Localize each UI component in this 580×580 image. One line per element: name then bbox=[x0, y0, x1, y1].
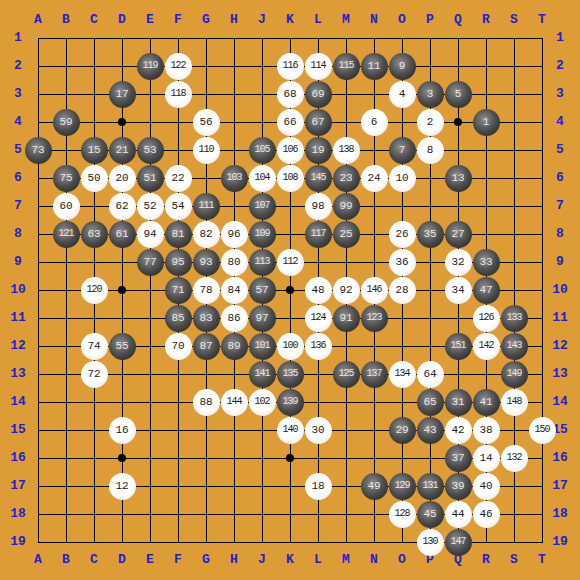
point-N10[interactable]: 146 bbox=[360, 276, 388, 304]
point-K10[interactable] bbox=[276, 276, 304, 304]
point-R3[interactable] bbox=[472, 80, 500, 108]
point-Q19[interactable]: 147 bbox=[444, 528, 472, 556]
point-M13[interactable]: 125 bbox=[332, 360, 360, 388]
point-A1[interactable] bbox=[24, 24, 52, 52]
point-M3[interactable] bbox=[332, 80, 360, 108]
point-B1[interactable] bbox=[52, 24, 80, 52]
point-E12[interactable] bbox=[136, 332, 164, 360]
point-K15[interactable]: 140 bbox=[276, 416, 304, 444]
point-A4[interactable] bbox=[24, 108, 52, 136]
point-A16[interactable] bbox=[24, 444, 52, 472]
point-G1[interactable] bbox=[192, 24, 220, 52]
point-L12[interactable]: 136 bbox=[304, 332, 332, 360]
point-J18[interactable] bbox=[248, 500, 276, 528]
point-C3[interactable] bbox=[80, 80, 108, 108]
point-H8[interactable]: 96 bbox=[220, 220, 248, 248]
point-Q10[interactable]: 34 bbox=[444, 276, 472, 304]
point-C5[interactable]: 15 bbox=[80, 136, 108, 164]
point-G9[interactable]: 93 bbox=[192, 248, 220, 276]
point-Q12[interactable]: 151 bbox=[444, 332, 472, 360]
point-B3[interactable] bbox=[52, 80, 80, 108]
point-Q5[interactable] bbox=[444, 136, 472, 164]
point-N11[interactable]: 123 bbox=[360, 304, 388, 332]
point-R4[interactable]: 1 bbox=[472, 108, 500, 136]
point-M11[interactable]: 91 bbox=[332, 304, 360, 332]
point-B10[interactable] bbox=[52, 276, 80, 304]
point-K3[interactable]: 68 bbox=[276, 80, 304, 108]
point-Q3[interactable]: 5 bbox=[444, 80, 472, 108]
point-S7[interactable] bbox=[500, 192, 528, 220]
point-H19[interactable] bbox=[220, 528, 248, 556]
point-J3[interactable] bbox=[248, 80, 276, 108]
point-S9[interactable] bbox=[500, 248, 528, 276]
point-Q6[interactable]: 13 bbox=[444, 164, 472, 192]
point-F1[interactable] bbox=[164, 24, 192, 52]
point-E1[interactable] bbox=[136, 24, 164, 52]
point-T14[interactable] bbox=[528, 388, 556, 416]
point-L8[interactable]: 117 bbox=[304, 220, 332, 248]
point-M16[interactable] bbox=[332, 444, 360, 472]
point-E13[interactable] bbox=[136, 360, 164, 388]
point-H2[interactable] bbox=[220, 52, 248, 80]
point-L15[interactable]: 30 bbox=[304, 416, 332, 444]
point-P9[interactable] bbox=[416, 248, 444, 276]
point-T11[interactable] bbox=[528, 304, 556, 332]
point-B16[interactable] bbox=[52, 444, 80, 472]
point-O13[interactable]: 134 bbox=[388, 360, 416, 388]
point-O6[interactable]: 10 bbox=[388, 164, 416, 192]
point-K17[interactable] bbox=[276, 472, 304, 500]
point-F14[interactable] bbox=[164, 388, 192, 416]
point-O3[interactable]: 4 bbox=[388, 80, 416, 108]
point-N13[interactable]: 137 bbox=[360, 360, 388, 388]
point-G6[interactable] bbox=[192, 164, 220, 192]
point-K9[interactable]: 112 bbox=[276, 248, 304, 276]
point-F19[interactable] bbox=[164, 528, 192, 556]
point-N4[interactable]: 6 bbox=[360, 108, 388, 136]
point-N7[interactable] bbox=[360, 192, 388, 220]
point-P8[interactable]: 35 bbox=[416, 220, 444, 248]
point-A12[interactable] bbox=[24, 332, 52, 360]
point-M4[interactable] bbox=[332, 108, 360, 136]
point-F13[interactable] bbox=[164, 360, 192, 388]
point-F12[interactable]: 70 bbox=[164, 332, 192, 360]
point-S4[interactable] bbox=[500, 108, 528, 136]
point-B6[interactable]: 75 bbox=[52, 164, 80, 192]
point-D13[interactable] bbox=[108, 360, 136, 388]
point-H17[interactable] bbox=[220, 472, 248, 500]
point-E18[interactable] bbox=[136, 500, 164, 528]
point-T3[interactable] bbox=[528, 80, 556, 108]
point-L6[interactable]: 145 bbox=[304, 164, 332, 192]
point-A14[interactable] bbox=[24, 388, 52, 416]
point-D7[interactable]: 62 bbox=[108, 192, 136, 220]
point-O12[interactable] bbox=[388, 332, 416, 360]
point-Q16[interactable]: 37 bbox=[444, 444, 472, 472]
point-D1[interactable] bbox=[108, 24, 136, 52]
point-A17[interactable] bbox=[24, 472, 52, 500]
point-D3[interactable]: 17 bbox=[108, 80, 136, 108]
point-S12[interactable]: 143 bbox=[500, 332, 528, 360]
point-K4[interactable]: 66 bbox=[276, 108, 304, 136]
point-H16[interactable] bbox=[220, 444, 248, 472]
point-K19[interactable] bbox=[276, 528, 304, 556]
point-D19[interactable] bbox=[108, 528, 136, 556]
point-S11[interactable]: 133 bbox=[500, 304, 528, 332]
point-O8[interactable]: 26 bbox=[388, 220, 416, 248]
point-A9[interactable] bbox=[24, 248, 52, 276]
point-E14[interactable] bbox=[136, 388, 164, 416]
point-J16[interactable] bbox=[248, 444, 276, 472]
point-D10[interactable] bbox=[108, 276, 136, 304]
point-P18[interactable]: 45 bbox=[416, 500, 444, 528]
point-A3[interactable] bbox=[24, 80, 52, 108]
point-H11[interactable]: 86 bbox=[220, 304, 248, 332]
point-B12[interactable] bbox=[52, 332, 80, 360]
point-L18[interactable] bbox=[304, 500, 332, 528]
point-D9[interactable] bbox=[108, 248, 136, 276]
point-A6[interactable] bbox=[24, 164, 52, 192]
point-B19[interactable] bbox=[52, 528, 80, 556]
point-P14[interactable]: 65 bbox=[416, 388, 444, 416]
point-R7[interactable] bbox=[472, 192, 500, 220]
point-R17[interactable]: 40 bbox=[472, 472, 500, 500]
point-T10[interactable] bbox=[528, 276, 556, 304]
point-M8[interactable]: 25 bbox=[332, 220, 360, 248]
point-Q11[interactable] bbox=[444, 304, 472, 332]
point-T16[interactable] bbox=[528, 444, 556, 472]
point-Q13[interactable] bbox=[444, 360, 472, 388]
point-N16[interactable] bbox=[360, 444, 388, 472]
point-L7[interactable]: 98 bbox=[304, 192, 332, 220]
point-C14[interactable] bbox=[80, 388, 108, 416]
point-S2[interactable] bbox=[500, 52, 528, 80]
point-C15[interactable] bbox=[80, 416, 108, 444]
point-C13[interactable]: 72 bbox=[80, 360, 108, 388]
point-J19[interactable] bbox=[248, 528, 276, 556]
point-L14[interactable] bbox=[304, 388, 332, 416]
point-D4[interactable] bbox=[108, 108, 136, 136]
point-P15[interactable]: 43 bbox=[416, 416, 444, 444]
point-S5[interactable] bbox=[500, 136, 528, 164]
point-B15[interactable] bbox=[52, 416, 80, 444]
point-F5[interactable] bbox=[164, 136, 192, 164]
point-O2[interactable]: 9 bbox=[388, 52, 416, 80]
point-K11[interactable] bbox=[276, 304, 304, 332]
point-L4[interactable]: 67 bbox=[304, 108, 332, 136]
point-N17[interactable]: 49 bbox=[360, 472, 388, 500]
point-G15[interactable] bbox=[192, 416, 220, 444]
point-G19[interactable] bbox=[192, 528, 220, 556]
point-C9[interactable] bbox=[80, 248, 108, 276]
point-D15[interactable]: 16 bbox=[108, 416, 136, 444]
point-M18[interactable] bbox=[332, 500, 360, 528]
point-M1[interactable] bbox=[332, 24, 360, 52]
point-J2[interactable] bbox=[248, 52, 276, 80]
point-H10[interactable]: 84 bbox=[220, 276, 248, 304]
point-Q9[interactable]: 32 bbox=[444, 248, 472, 276]
point-R6[interactable] bbox=[472, 164, 500, 192]
point-B18[interactable] bbox=[52, 500, 80, 528]
point-O19[interactable] bbox=[388, 528, 416, 556]
point-P16[interactable] bbox=[416, 444, 444, 472]
point-M9[interactable] bbox=[332, 248, 360, 276]
point-H6[interactable]: 103 bbox=[220, 164, 248, 192]
point-L11[interactable]: 124 bbox=[304, 304, 332, 332]
point-H7[interactable] bbox=[220, 192, 248, 220]
point-H14[interactable]: 144 bbox=[220, 388, 248, 416]
point-J10[interactable]: 57 bbox=[248, 276, 276, 304]
point-C2[interactable] bbox=[80, 52, 108, 80]
point-M6[interactable]: 23 bbox=[332, 164, 360, 192]
point-J9[interactable]: 113 bbox=[248, 248, 276, 276]
point-C1[interactable] bbox=[80, 24, 108, 52]
point-F8[interactable]: 81 bbox=[164, 220, 192, 248]
point-G17[interactable] bbox=[192, 472, 220, 500]
point-N19[interactable] bbox=[360, 528, 388, 556]
point-K12[interactable]: 100 bbox=[276, 332, 304, 360]
point-J7[interactable]: 107 bbox=[248, 192, 276, 220]
point-R16[interactable]: 14 bbox=[472, 444, 500, 472]
point-D16[interactable] bbox=[108, 444, 136, 472]
point-B14[interactable] bbox=[52, 388, 80, 416]
point-T17[interactable] bbox=[528, 472, 556, 500]
point-L3[interactable]: 69 bbox=[304, 80, 332, 108]
point-T12[interactable] bbox=[528, 332, 556, 360]
point-E11[interactable] bbox=[136, 304, 164, 332]
point-J5[interactable]: 105 bbox=[248, 136, 276, 164]
point-O9[interactable]: 36 bbox=[388, 248, 416, 276]
point-P13[interactable]: 64 bbox=[416, 360, 444, 388]
point-B7[interactable]: 60 bbox=[52, 192, 80, 220]
point-S16[interactable]: 132 bbox=[500, 444, 528, 472]
point-J1[interactable] bbox=[248, 24, 276, 52]
point-G11[interactable]: 83 bbox=[192, 304, 220, 332]
point-H5[interactable] bbox=[220, 136, 248, 164]
point-F17[interactable] bbox=[164, 472, 192, 500]
point-R8[interactable] bbox=[472, 220, 500, 248]
point-F10[interactable]: 71 bbox=[164, 276, 192, 304]
point-T15[interactable]: 150 bbox=[528, 416, 556, 444]
point-R15[interactable]: 38 bbox=[472, 416, 500, 444]
point-P17[interactable]: 131 bbox=[416, 472, 444, 500]
point-P4[interactable]: 2 bbox=[416, 108, 444, 136]
point-M5[interactable]: 138 bbox=[332, 136, 360, 164]
point-F7[interactable]: 54 bbox=[164, 192, 192, 220]
point-T13[interactable] bbox=[528, 360, 556, 388]
point-N14[interactable] bbox=[360, 388, 388, 416]
point-M14[interactable] bbox=[332, 388, 360, 416]
point-N6[interactable]: 24 bbox=[360, 164, 388, 192]
point-E10[interactable] bbox=[136, 276, 164, 304]
point-A19[interactable] bbox=[24, 528, 52, 556]
point-G8[interactable]: 82 bbox=[192, 220, 220, 248]
point-B9[interactable] bbox=[52, 248, 80, 276]
point-Q1[interactable] bbox=[444, 24, 472, 52]
point-H9[interactable]: 80 bbox=[220, 248, 248, 276]
point-L17[interactable]: 18 bbox=[304, 472, 332, 500]
point-N8[interactable] bbox=[360, 220, 388, 248]
point-N5[interactable] bbox=[360, 136, 388, 164]
point-N1[interactable] bbox=[360, 24, 388, 52]
point-J8[interactable]: 109 bbox=[248, 220, 276, 248]
point-J13[interactable]: 141 bbox=[248, 360, 276, 388]
point-E16[interactable] bbox=[136, 444, 164, 472]
point-T5[interactable] bbox=[528, 136, 556, 164]
point-E19[interactable] bbox=[136, 528, 164, 556]
point-S18[interactable] bbox=[500, 500, 528, 528]
point-M17[interactable] bbox=[332, 472, 360, 500]
point-O10[interactable]: 28 bbox=[388, 276, 416, 304]
point-T6[interactable] bbox=[528, 164, 556, 192]
point-P19[interactable]: 130 bbox=[416, 528, 444, 556]
point-Q8[interactable]: 27 bbox=[444, 220, 472, 248]
point-F3[interactable]: 118 bbox=[164, 80, 192, 108]
point-Q15[interactable]: 42 bbox=[444, 416, 472, 444]
point-M10[interactable]: 92 bbox=[332, 276, 360, 304]
point-E9[interactable]: 77 bbox=[136, 248, 164, 276]
point-N2[interactable]: 11 bbox=[360, 52, 388, 80]
point-L13[interactable] bbox=[304, 360, 332, 388]
point-L1[interactable] bbox=[304, 24, 332, 52]
point-T19[interactable] bbox=[528, 528, 556, 556]
point-J14[interactable]: 102 bbox=[248, 388, 276, 416]
point-O16[interactable] bbox=[388, 444, 416, 472]
point-H4[interactable] bbox=[220, 108, 248, 136]
point-C19[interactable] bbox=[80, 528, 108, 556]
point-Q2[interactable] bbox=[444, 52, 472, 80]
point-P5[interactable]: 8 bbox=[416, 136, 444, 164]
point-D14[interactable] bbox=[108, 388, 136, 416]
point-G14[interactable]: 88 bbox=[192, 388, 220, 416]
point-A11[interactable] bbox=[24, 304, 52, 332]
point-T2[interactable] bbox=[528, 52, 556, 80]
point-G4[interactable]: 56 bbox=[192, 108, 220, 136]
point-M19[interactable] bbox=[332, 528, 360, 556]
point-C4[interactable] bbox=[80, 108, 108, 136]
point-R18[interactable]: 46 bbox=[472, 500, 500, 528]
point-M7[interactable]: 99 bbox=[332, 192, 360, 220]
point-M12[interactable] bbox=[332, 332, 360, 360]
point-O14[interactable] bbox=[388, 388, 416, 416]
point-A7[interactable] bbox=[24, 192, 52, 220]
point-J15[interactable] bbox=[248, 416, 276, 444]
point-F4[interactable] bbox=[164, 108, 192, 136]
point-C16[interactable] bbox=[80, 444, 108, 472]
point-D8[interactable]: 61 bbox=[108, 220, 136, 248]
point-M15[interactable] bbox=[332, 416, 360, 444]
point-H13[interactable] bbox=[220, 360, 248, 388]
point-K18[interactable] bbox=[276, 500, 304, 528]
point-S13[interactable]: 149 bbox=[500, 360, 528, 388]
point-J12[interactable]: 101 bbox=[248, 332, 276, 360]
point-L19[interactable] bbox=[304, 528, 332, 556]
point-R11[interactable]: 126 bbox=[472, 304, 500, 332]
point-J11[interactable]: 97 bbox=[248, 304, 276, 332]
point-K14[interactable]: 139 bbox=[276, 388, 304, 416]
point-K16[interactable] bbox=[276, 444, 304, 472]
point-Q17[interactable]: 39 bbox=[444, 472, 472, 500]
point-C6[interactable]: 50 bbox=[80, 164, 108, 192]
point-L5[interactable]: 19 bbox=[304, 136, 332, 164]
point-R5[interactable] bbox=[472, 136, 500, 164]
point-O18[interactable]: 128 bbox=[388, 500, 416, 528]
point-A2[interactable] bbox=[24, 52, 52, 80]
point-C7[interactable] bbox=[80, 192, 108, 220]
point-T9[interactable] bbox=[528, 248, 556, 276]
point-H18[interactable] bbox=[220, 500, 248, 528]
point-N9[interactable] bbox=[360, 248, 388, 276]
point-L9[interactable] bbox=[304, 248, 332, 276]
point-O11[interactable] bbox=[388, 304, 416, 332]
point-B17[interactable] bbox=[52, 472, 80, 500]
point-E17[interactable] bbox=[136, 472, 164, 500]
point-S10[interactable] bbox=[500, 276, 528, 304]
point-S1[interactable] bbox=[500, 24, 528, 52]
point-C18[interactable] bbox=[80, 500, 108, 528]
point-E5[interactable]: 53 bbox=[136, 136, 164, 164]
point-G5[interactable]: 110 bbox=[192, 136, 220, 164]
point-H3[interactable] bbox=[220, 80, 248, 108]
point-C10[interactable]: 120 bbox=[80, 276, 108, 304]
point-F16[interactable] bbox=[164, 444, 192, 472]
point-Q14[interactable]: 31 bbox=[444, 388, 472, 416]
point-M2[interactable]: 115 bbox=[332, 52, 360, 80]
point-D18[interactable] bbox=[108, 500, 136, 528]
point-T4[interactable] bbox=[528, 108, 556, 136]
point-C12[interactable]: 74 bbox=[80, 332, 108, 360]
point-B2[interactable] bbox=[52, 52, 80, 80]
point-J6[interactable]: 104 bbox=[248, 164, 276, 192]
point-A8[interactable] bbox=[24, 220, 52, 248]
point-E3[interactable] bbox=[136, 80, 164, 108]
point-S8[interactable] bbox=[500, 220, 528, 248]
point-G18[interactable] bbox=[192, 500, 220, 528]
point-R19[interactable] bbox=[472, 528, 500, 556]
point-L16[interactable] bbox=[304, 444, 332, 472]
point-B4[interactable]: 59 bbox=[52, 108, 80, 136]
point-P7[interactable] bbox=[416, 192, 444, 220]
point-F2[interactable]: 122 bbox=[164, 52, 192, 80]
point-O7[interactable] bbox=[388, 192, 416, 220]
point-S3[interactable] bbox=[500, 80, 528, 108]
point-S6[interactable] bbox=[500, 164, 528, 192]
point-K1[interactable] bbox=[276, 24, 304, 52]
point-G16[interactable] bbox=[192, 444, 220, 472]
point-F11[interactable]: 85 bbox=[164, 304, 192, 332]
point-J4[interactable] bbox=[248, 108, 276, 136]
point-G10[interactable]: 78 bbox=[192, 276, 220, 304]
point-B8[interactable]: 121 bbox=[52, 220, 80, 248]
point-T1[interactable] bbox=[528, 24, 556, 52]
point-A13[interactable] bbox=[24, 360, 52, 388]
point-R9[interactable]: 33 bbox=[472, 248, 500, 276]
point-T7[interactable] bbox=[528, 192, 556, 220]
point-N15[interactable] bbox=[360, 416, 388, 444]
point-T18[interactable] bbox=[528, 500, 556, 528]
point-O5[interactable]: 7 bbox=[388, 136, 416, 164]
point-F6[interactable]: 22 bbox=[164, 164, 192, 192]
point-E2[interactable]: 119 bbox=[136, 52, 164, 80]
point-S15[interactable] bbox=[500, 416, 528, 444]
point-R1[interactable] bbox=[472, 24, 500, 52]
point-L2[interactable]: 114 bbox=[304, 52, 332, 80]
point-O1[interactable] bbox=[388, 24, 416, 52]
point-S14[interactable]: 148 bbox=[500, 388, 528, 416]
point-E7[interactable]: 52 bbox=[136, 192, 164, 220]
point-G3[interactable] bbox=[192, 80, 220, 108]
point-N3[interactable] bbox=[360, 80, 388, 108]
